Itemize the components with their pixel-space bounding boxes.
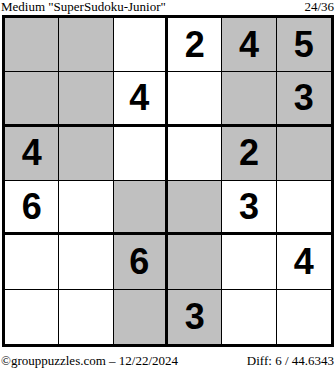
cell-r5c1-empty[interactable] [5, 235, 59, 289]
cell-r4c2-empty[interactable] [59, 181, 113, 235]
cell-r4c1-given[interactable]: 6 [5, 181, 59, 235]
difficulty-text: Diff: 6 / 44.6343 [247, 354, 334, 368]
cell-r3c6-empty[interactable] [277, 127, 331, 181]
footer: ©grouppuzzles.com – 12/22/2024 Diff: 6 /… [1, 352, 334, 368]
cell-r2c1-empty[interactable] [5, 72, 59, 126]
cell-r1c5-given[interactable]: 4 [222, 18, 276, 72]
sudoku-board: 245434263643 [2, 15, 334, 347]
cell-r3c5-given[interactable]: 2 [222, 127, 276, 181]
cell-r4c3-empty[interactable] [114, 181, 168, 235]
cell-r2c5-empty[interactable] [222, 72, 276, 126]
cell-r5c3-given[interactable]: 6 [114, 235, 168, 289]
cell-r3c1-given[interactable]: 4 [5, 127, 59, 181]
cell-r2c2-empty[interactable] [59, 72, 113, 126]
cell-r6c5-empty[interactable] [222, 290, 276, 344]
cell-r1c1-empty[interactable] [5, 18, 59, 72]
cell-r3c4-empty[interactable] [168, 127, 222, 181]
cell-r1c4-given[interactable]: 2 [168, 18, 222, 72]
sudoku-page: Medium "SuperSudoku-Junior" 24/36 245434… [0, 0, 336, 370]
copyright-text: ©grouppuzzles.com – 12/22/2024 [1, 354, 178, 368]
cell-r4c6-empty[interactable] [277, 181, 331, 235]
cell-r6c6-empty[interactable] [277, 290, 331, 344]
cell-r6c4-given[interactable]: 3 [168, 290, 222, 344]
cell-r5c6-given[interactable]: 4 [277, 235, 331, 289]
cell-r3c3-empty[interactable] [114, 127, 168, 181]
cell-r5c4-empty[interactable] [168, 235, 222, 289]
cell-r1c2-empty[interactable] [59, 18, 113, 72]
cell-r1c3-empty[interactable] [114, 18, 168, 72]
cell-r6c3-empty[interactable] [114, 290, 168, 344]
header: Medium "SuperSudoku-Junior" 24/36 [1, 0, 334, 14]
cell-r2c6-given[interactable]: 3 [277, 72, 331, 126]
cell-r2c4-empty[interactable] [168, 72, 222, 126]
cell-r1c6-given[interactable]: 5 [277, 18, 331, 72]
cell-r3c2-empty[interactable] [59, 127, 113, 181]
cell-r6c1-empty[interactable] [5, 290, 59, 344]
cell-r4c4-empty[interactable] [168, 181, 222, 235]
cell-r6c2-empty[interactable] [59, 290, 113, 344]
remaining-counter: 24/36 [304, 0, 334, 14]
cell-r5c2-empty[interactable] [59, 235, 113, 289]
cell-r5c5-empty[interactable] [222, 235, 276, 289]
cell-r4c5-given[interactable]: 3 [222, 181, 276, 235]
cell-r2c3-given[interactable]: 4 [114, 72, 168, 126]
puzzle-title: Medium "SuperSudoku-Junior" [1, 0, 166, 14]
